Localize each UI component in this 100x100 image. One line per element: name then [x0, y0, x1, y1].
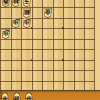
- grid-line-horizontal: [0, 28, 95, 29]
- board-piece-gote[interactable]: 桂: [11, 0, 20, 7]
- star-point: [62, 59, 64, 61]
- grid-line-vertical: [11, 0, 12, 91]
- piece-kanji: 銀: [13, 95, 20, 100]
- piece-kanji: 歩: [12, 18, 20, 26]
- board-piece-gote[interactable]: 銀: [22, 8, 31, 18]
- hand-piece-sente[interactable]: 銀: [13, 92, 22, 100]
- piece-body: 歩: [22, 19, 30, 28]
- piece-kanji: 金: [1, 95, 8, 100]
- sente-hand-tray[interactable]: 金銀歩: [0, 91, 100, 100]
- piece-body: 玉: [22, 0, 30, 6]
- piece-kanji: 桂: [12, 0, 20, 5]
- grid-line-vertical: [63, 0, 64, 91]
- grid-line-horizontal: [0, 81, 95, 82]
- piece-body: 銀: [22, 8, 30, 17]
- piece-body: 香: [1, 0, 9, 6]
- grid-line-vertical: [0, 0, 1, 91]
- board-piece-gote[interactable]: 歩: [11, 18, 20, 28]
- piece-kanji: 歩: [1, 29, 9, 37]
- piece-kanji: 銀: [22, 8, 30, 16]
- piece-body: 歩: [1, 29, 9, 38]
- grid-line-vertical: [94, 0, 95, 91]
- shogi-board[interactable]: 香桂玉銀金歩歩歩: [0, 0, 100, 91]
- board-piece-gote[interactable]: 金: [43, 8, 52, 18]
- grid-line-horizontal: [0, 39, 95, 40]
- board-piece-gote[interactable]: 歩: [1, 29, 10, 39]
- grid-line-horizontal: [0, 60, 95, 61]
- board-piece-gote[interactable]: 玉: [22, 0, 31, 7]
- piece-body: 金: [1, 93, 8, 100]
- grid-line-vertical: [21, 0, 22, 91]
- grid-line-vertical: [42, 0, 43, 91]
- piece-kanji: 香: [1, 0, 9, 5]
- grid-line-vertical: [32, 0, 33, 91]
- grid-line-vertical: [84, 0, 85, 91]
- piece-body: 歩: [25, 93, 32, 100]
- piece-kanji: 玉: [22, 0, 30, 5]
- piece-body: 歩: [12, 19, 20, 28]
- piece-body: 桂: [12, 0, 20, 6]
- hand-piece-sente[interactable]: 歩: [25, 92, 34, 100]
- grid-line-vertical: [74, 0, 75, 91]
- piece-body: 銀: [13, 93, 20, 100]
- shogi-app-screen: 香桂玉銀金歩歩歩 金銀歩: [0, 0, 100, 100]
- piece-kanji: 金: [43, 8, 51, 16]
- board-piece-gote[interactable]: 香: [1, 0, 10, 7]
- board-piece-gote[interactable]: 歩: [22, 18, 31, 28]
- piece-body: 金: [43, 8, 51, 17]
- piece-kanji: 歩: [22, 18, 30, 26]
- grid-line-horizontal: [0, 49, 95, 50]
- grid-line-horizontal: [0, 70, 95, 71]
- grid-line-vertical: [53, 0, 54, 91]
- piece-kanji: 歩: [25, 95, 32, 100]
